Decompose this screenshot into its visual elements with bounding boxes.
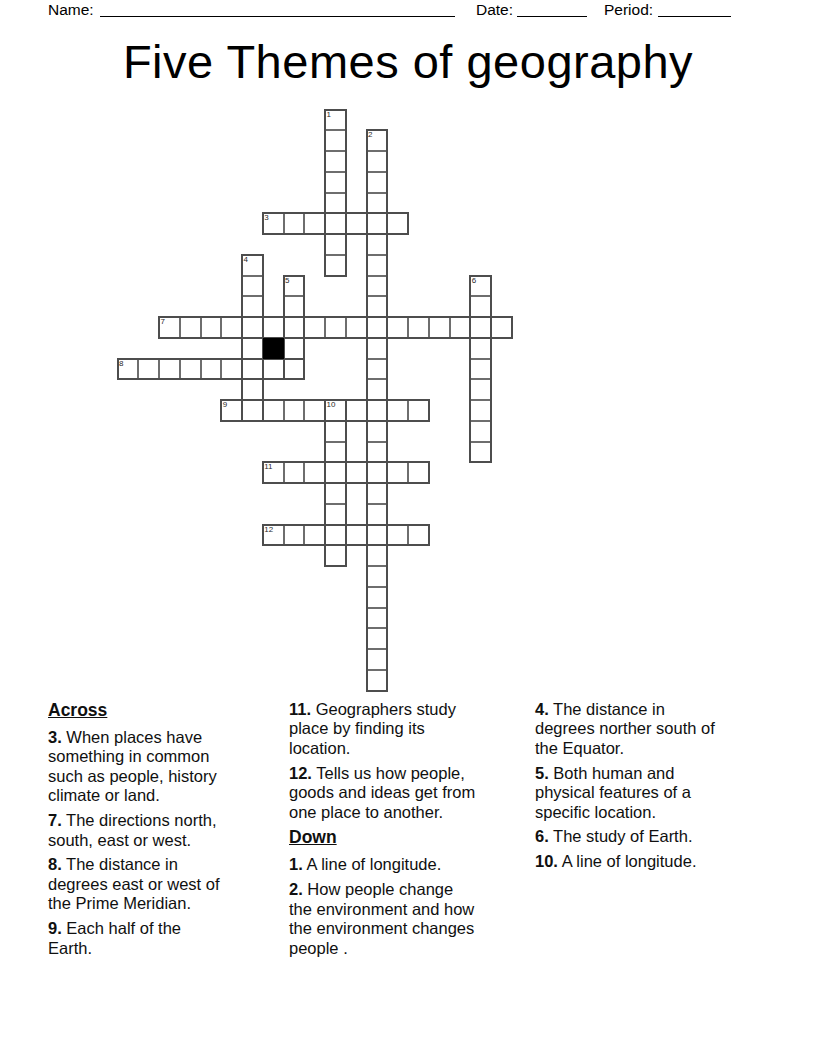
- clue-number-label: 3.: [48, 728, 62, 746]
- grid-cell-r20c13[interactable]: [387, 525, 408, 546]
- grid-cell-r20c9[interactable]: [304, 525, 325, 546]
- grid-cell-r10c6[interactable]: [242, 317, 263, 338]
- grid-cell-r6c10[interactable]: [325, 234, 346, 255]
- grid-cell-r10c12[interactable]: [367, 317, 388, 338]
- grid-cell-r19c10[interactable]: [325, 504, 346, 525]
- grid-cell-r16c17[interactable]: [470, 442, 491, 463]
- grid-cell-r2c12[interactable]: [367, 151, 388, 172]
- grid-cell-r5c13[interactable]: [387, 213, 408, 234]
- grid-cell-r5c11[interactable]: [346, 213, 367, 234]
- clue-number-label: 1.: [289, 855, 303, 873]
- grid-cell-r16c10[interactable]: [325, 442, 346, 463]
- grid-cell-r21c12[interactable]: [367, 545, 388, 566]
- grid-cell-r15c10[interactable]: [325, 421, 346, 442]
- grid-cell-r12c17[interactable]: [470, 359, 491, 380]
- grid-cell-r26c12[interactable]: [367, 649, 388, 670]
- grid-cell-r12c6[interactable]: [242, 359, 263, 380]
- clue-number-label: 12.: [289, 764, 312, 782]
- grid-cell-r10c3[interactable]: [180, 317, 201, 338]
- clue-number-1: 1: [327, 111, 331, 119]
- clue-down-10: 10. A line of longitude.: [535, 852, 793, 871]
- blocked-cell: [263, 338, 284, 359]
- grid-cell-r27c12[interactable]: [367, 670, 388, 691]
- grid-cell-r17c8[interactable]: [284, 462, 305, 483]
- grid-cell-r12c5[interactable]: [221, 359, 242, 380]
- grid-cell-r11c6[interactable]: [242, 338, 263, 359]
- clue-text: How people change the environment and ho…: [289, 880, 474, 956]
- grid-cell-r2c10[interactable]: [325, 151, 346, 172]
- clue-number-label: 5.: [535, 764, 549, 782]
- clue-number-11: 11: [264, 463, 272, 471]
- grid-cell-r3c10[interactable]: [325, 172, 346, 193]
- clues-column-left: Across 3. When places have something in …: [48, 700, 285, 963]
- grid-cell-r6c12[interactable]: [367, 234, 388, 255]
- grid-cell-r4c10[interactable]: [325, 193, 346, 214]
- clue-number-label: 4.: [535, 700, 549, 718]
- grid-cell-r10c8[interactable]: [284, 317, 305, 338]
- clue-number-4: 4: [244, 256, 248, 264]
- grid-cell-r11c17[interactable]: [470, 338, 491, 359]
- clue-text: A line of longitude.: [562, 852, 697, 870]
- grid-cell-r14c8[interactable]: [284, 400, 305, 421]
- grid-cell-r1c10[interactable]: [325, 130, 346, 151]
- grid-cell-r10c16[interactable]: [450, 317, 471, 338]
- grid-cell-r11c12[interactable]: [367, 338, 388, 359]
- grid-cell-r12c1[interactable]: [138, 359, 159, 380]
- grid-cell-r13c17[interactable]: [470, 379, 491, 400]
- grid-cell-r16c12[interactable]: [367, 442, 388, 463]
- clue-text: The distance in degrees east or west of …: [48, 855, 220, 912]
- clues-column-middle: 11. Geographers study place by finding i…: [289, 700, 539, 963]
- grid-cell-r5c10[interactable]: [325, 213, 346, 234]
- grid-cell-r10c18[interactable]: [491, 317, 512, 338]
- grid-cell-r14c9[interactable]: [304, 400, 325, 421]
- clue-down-4: 4. The distance in degrees norther south…: [535, 700, 793, 758]
- grid-cell-r8c6[interactable]: [242, 276, 263, 297]
- clue-number-label: 8.: [48, 855, 62, 873]
- clue-number-label: 11.: [289, 700, 311, 718]
- period-blank-line: [658, 2, 731, 17]
- grid-cell-r10c11[interactable]: [346, 317, 367, 338]
- clue-down-6: 6. The study of Earth.: [535, 827, 793, 846]
- grid-cell-r5c12[interactable]: [367, 213, 388, 234]
- clue-across-3: 3. When places have something in common …: [48, 728, 285, 806]
- grid-cell-r5c8[interactable]: [284, 213, 305, 234]
- clue-text: Tells us how people, goods and ideas get…: [289, 764, 475, 821]
- grid-cell-r17c14[interactable]: [408, 462, 429, 483]
- grid-cell-r14c12[interactable]: [367, 400, 388, 421]
- name-blank-line: [100, 2, 455, 17]
- clue-text: Geographers study place by finding its l…: [289, 700, 456, 757]
- grid-cell-r8c12[interactable]: [367, 276, 388, 297]
- grid-cell-r17c11[interactable]: [346, 462, 367, 483]
- grid-cell-r9c17[interactable]: [470, 296, 491, 317]
- clues-column-right: 4. The distance in degrees norther south…: [535, 700, 793, 877]
- across-heading: Across: [48, 700, 285, 721]
- clue-text: Both human and physical features of a sp…: [535, 764, 691, 821]
- clue-number-2: 2: [368, 131, 372, 139]
- grid-cell-r17c9[interactable]: [304, 462, 325, 483]
- grid-cell-r12c3[interactable]: [180, 359, 201, 380]
- grid-cell-r14c14[interactable]: [408, 400, 429, 421]
- grid-cell-r7c12[interactable]: [367, 255, 388, 276]
- clue-number-7: 7: [161, 318, 165, 326]
- grid-cell-r12c8[interactable]: [284, 359, 305, 380]
- grid-cell-r10c9[interactable]: [304, 317, 325, 338]
- clue-number-8: 8: [119, 360, 123, 368]
- clue-number-12: 12: [264, 526, 273, 534]
- clue-text: The study of Earth.: [553, 827, 692, 845]
- clue-text: The directions north, south, east or wes…: [48, 811, 216, 848]
- page-title: Five Themes of geography: [0, 33, 816, 91]
- grid-cell-r17c13[interactable]: [387, 462, 408, 483]
- date-label: Date:: [476, 1, 513, 19]
- grid-cell-r15c12[interactable]: [367, 421, 388, 442]
- clue-number-6: 6: [472, 277, 476, 285]
- grid-cell-r11c8[interactable]: [284, 338, 305, 359]
- clue-across-9: 9. Each half of the Earth.: [48, 919, 285, 958]
- grid-cell-r13c12[interactable]: [367, 379, 388, 400]
- grid-cell-r9c12[interactable]: [367, 296, 388, 317]
- clue-number-label: 9.: [48, 919, 62, 937]
- clue-number-label: 6.: [535, 827, 549, 845]
- clue-number-label: 2.: [289, 880, 303, 898]
- grid-cell-r21c10[interactable]: [325, 545, 346, 566]
- clue-across-12: 12. Tells us how people, goods and ideas…: [289, 764, 539, 822]
- clue-down-1: 1. A line of longitude.: [289, 855, 539, 874]
- grid-cell-r20c11[interactable]: [346, 525, 367, 546]
- grid-cell-r10c10[interactable]: [325, 317, 346, 338]
- date-blank-line: [517, 2, 587, 17]
- grid-cell-r17c10[interactable]: [325, 462, 346, 483]
- grid-cell-r10c13[interactable]: [387, 317, 408, 338]
- grid-cell-r3c12[interactable]: [367, 172, 388, 193]
- grid-cell-r14c7[interactable]: [263, 400, 284, 421]
- clue-number-5: 5: [285, 277, 289, 285]
- grid-cell-r12c2[interactable]: [159, 359, 180, 380]
- clue-text: When places have something in common suc…: [48, 728, 217, 804]
- clue-across-8: 8. The distance in degrees east or west …: [48, 855, 285, 913]
- grid-cell-r14c13[interactable]: [387, 400, 408, 421]
- clue-number-label: 10.: [535, 852, 558, 870]
- grid-cell-r9c8[interactable]: [284, 296, 305, 317]
- grid-cell-r20c8[interactable]: [284, 525, 305, 546]
- grid-cell-r22c12[interactable]: [367, 566, 388, 587]
- grid-cell-r10c14[interactable]: [408, 317, 429, 338]
- clue-text: A line of longitude.: [306, 855, 441, 873]
- clue-number-3: 3: [264, 214, 268, 222]
- clue-text: Each half of the Earth.: [48, 919, 181, 956]
- grid-cell-r5c9[interactable]: [304, 213, 325, 234]
- grid-cell-r23c12[interactable]: [367, 587, 388, 608]
- grid-cell-r18c10[interactable]: [325, 483, 346, 504]
- grid-cell-r20c14[interactable]: [408, 525, 429, 546]
- grid-cell-r10c4[interactable]: [201, 317, 222, 338]
- grid-cell-r25c12[interactable]: [367, 628, 388, 649]
- grid-cell-r19c12[interactable]: [367, 504, 388, 525]
- grid-cell-r12c12[interactable]: [367, 359, 388, 380]
- grid-cell-r4c12[interactable]: [367, 193, 388, 214]
- grid-cell-r13c6[interactable]: [242, 379, 263, 400]
- clue-across-11: 11. Geographers study place by finding i…: [289, 700, 539, 758]
- clue-down-5: 5. Both human and physical features of a…: [535, 764, 793, 822]
- clue-text: The distance in degrees norther south of…: [535, 700, 715, 757]
- grid-cell-r17c12[interactable]: [367, 462, 388, 483]
- grid-cell-r20c10[interactable]: [325, 525, 346, 546]
- grid-cell-r10c7[interactable]: [263, 317, 284, 338]
- clue-number-10: 10: [327, 401, 336, 409]
- grid-cell-r20c12[interactable]: [367, 525, 388, 546]
- clue-number-label: 7.: [48, 811, 62, 829]
- grid-cell-r24c12[interactable]: [367, 608, 388, 629]
- clue-across-7: 7. The directions north, south, east or …: [48, 811, 285, 850]
- grid-cell-r12c4[interactable]: [201, 359, 222, 380]
- period-label: Period:: [604, 1, 653, 19]
- crossword-grid: 123456789101112: [118, 110, 512, 691]
- grid-cell-r15c17[interactable]: [470, 421, 491, 442]
- grid-cell-r10c5[interactable]: [221, 317, 242, 338]
- grid-cell-r18c12[interactable]: [367, 483, 388, 504]
- grid-cell-r12c7[interactable]: [263, 359, 284, 380]
- grid-cell-r14c17[interactable]: [470, 400, 491, 421]
- grid-cell-r14c11[interactable]: [346, 400, 367, 421]
- grid-cell-r10c17[interactable]: [470, 317, 491, 338]
- name-label: Name:: [48, 1, 94, 19]
- grid-cell-r7c10[interactable]: [325, 255, 346, 276]
- grid-cell-r9c6[interactable]: [242, 296, 263, 317]
- down-heading: Down: [289, 827, 539, 848]
- clue-number-9: 9: [223, 401, 227, 409]
- worksheet-page: Name: Date: Period: Five Themes of geogr…: [0, 0, 816, 1056]
- grid-cell-r10c15[interactable]: [429, 317, 450, 338]
- grid-cell-r14c6[interactable]: [242, 400, 263, 421]
- clue-down-2: 2. How people change the environment and…: [289, 880, 539, 958]
